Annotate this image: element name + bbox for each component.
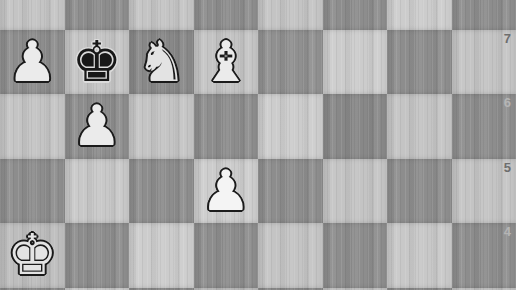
square-f7[interactable]	[323, 30, 388, 95]
square-b4[interactable]	[65, 223, 130, 288]
square-e7[interactable]	[258, 30, 323, 95]
square-h8[interactable]	[452, 0, 516, 30]
square-e5[interactable]	[258, 159, 323, 224]
square-b8[interactable]	[65, 0, 130, 30]
white-knight[interactable]: ♞	[129, 30, 194, 95]
chess-board-screenshot: ♟♚♞♝7♟6♟5♚4	[0, 0, 516, 290]
square-g7[interactable]	[387, 30, 452, 95]
square-a7[interactable]: ♟	[0, 30, 65, 95]
square-a6[interactable]	[0, 94, 65, 159]
square-a5[interactable]	[0, 159, 65, 224]
square-e4[interactable]	[258, 223, 323, 288]
rank-label-6: 6	[504, 96, 511, 109]
square-f5[interactable]	[323, 159, 388, 224]
square-b6[interactable]: ♟	[65, 94, 130, 159]
square-b7[interactable]: ♚	[65, 30, 130, 95]
rank-label-7: 7	[504, 32, 511, 45]
rank-label-5: 5	[504, 161, 511, 174]
square-a4[interactable]: ♚	[0, 223, 65, 288]
square-e8[interactable]	[258, 0, 323, 30]
square-g5[interactable]	[387, 159, 452, 224]
square-d4[interactable]	[194, 223, 259, 288]
square-c6[interactable]	[129, 94, 194, 159]
square-h7[interactable]: 7	[452, 30, 516, 95]
square-d5[interactable]: ♟	[194, 159, 259, 224]
white-pawn[interactable]: ♟	[194, 159, 259, 224]
white-pawn[interactable]: ♟	[0, 30, 65, 95]
square-a8[interactable]	[0, 0, 65, 30]
square-f4[interactable]	[323, 223, 388, 288]
square-d6[interactable]	[194, 94, 259, 159]
black-king[interactable]: ♚	[65, 30, 130, 95]
square-c7[interactable]: ♞	[129, 30, 194, 95]
square-c8[interactable]	[129, 0, 194, 30]
square-e6[interactable]	[258, 94, 323, 159]
white-bishop[interactable]: ♝	[194, 30, 259, 95]
square-h5[interactable]: 5	[452, 159, 516, 224]
square-f6[interactable]	[323, 94, 388, 159]
square-d7[interactable]: ♝	[194, 30, 259, 95]
square-g4[interactable]	[387, 223, 452, 288]
square-g6[interactable]	[387, 94, 452, 159]
square-f8[interactable]	[323, 0, 388, 30]
square-h4[interactable]: 4	[452, 223, 516, 288]
square-c5[interactable]	[129, 159, 194, 224]
square-d8[interactable]	[194, 0, 259, 30]
chess-board: ♟♚♞♝7♟6♟5♚4	[0, 0, 516, 290]
rank-label-4: 4	[504, 225, 511, 238]
white-pawn[interactable]: ♟	[65, 94, 130, 159]
square-b5[interactable]	[65, 159, 130, 224]
square-c4[interactable]	[129, 223, 194, 288]
square-g8[interactable]	[387, 0, 452, 30]
square-h6[interactable]: 6	[452, 94, 516, 159]
white-king[interactable]: ♚	[0, 223, 65, 288]
